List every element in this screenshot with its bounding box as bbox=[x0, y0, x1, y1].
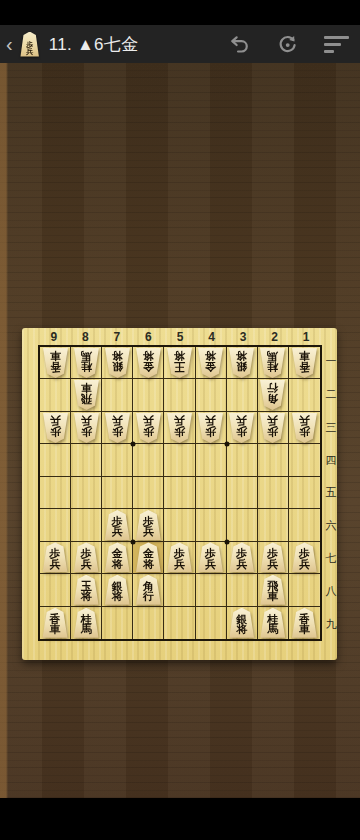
square-3-9[interactable]: 銀将 bbox=[227, 607, 258, 639]
square-9-9[interactable]: 香車 bbox=[40, 607, 71, 639]
gote-piece-王将[interactable]: 王将 bbox=[166, 348, 193, 378]
square-1-5[interactable] bbox=[289, 477, 320, 509]
square-5-8[interactable] bbox=[164, 574, 195, 606]
gote-piece-歩兵[interactable]: 歩兵 bbox=[291, 413, 318, 443]
square-6-9[interactable] bbox=[133, 607, 164, 639]
square-4-7[interactable]: 歩兵 bbox=[196, 542, 227, 574]
gote-piece-歩兵[interactable]: 歩兵 bbox=[228, 413, 255, 443]
rank-labels: 一二三四五六七八九 bbox=[325, 345, 337, 641]
square-6-3[interactable]: 歩兵 bbox=[133, 412, 164, 444]
square-7-1[interactable]: 銀将 bbox=[102, 347, 133, 379]
hoshi-dot bbox=[130, 540, 135, 545]
phone-screen: ‹ 歩 兵 11. ▲6七金 987654321 一 bbox=[0, 0, 360, 840]
sente-piece-飛車[interactable]: 飛車 bbox=[259, 575, 286, 605]
square-3-6[interactable] bbox=[227, 509, 258, 541]
gote-piece-銀将[interactable]: 銀将 bbox=[104, 348, 131, 378]
file-label-8: 8 bbox=[70, 328, 102, 346]
gote-piece-桂馬[interactable]: 桂馬 bbox=[73, 348, 100, 378]
square-8-6[interactable] bbox=[71, 509, 102, 541]
gote-piece-歩兵[interactable]: 歩兵 bbox=[166, 413, 193, 443]
file-labels: 987654321 bbox=[38, 328, 322, 345]
sente-piece-歩兵[interactable]: 歩兵 bbox=[197, 542, 224, 572]
square-7-9[interactable] bbox=[102, 607, 133, 639]
square-1-7[interactable]: 歩兵 bbox=[289, 542, 320, 574]
sente-piece-歩兵[interactable]: 歩兵 bbox=[291, 542, 318, 572]
square-9-7[interactable]: 歩兵 bbox=[40, 542, 71, 574]
square-8-5[interactable] bbox=[71, 477, 102, 509]
file-label-1: 1 bbox=[290, 328, 322, 346]
square-8-7[interactable]: 歩兵 bbox=[71, 542, 102, 574]
square-4-5[interactable] bbox=[196, 477, 227, 509]
gote-piece-歩兵[interactable]: 歩兵 bbox=[259, 413, 286, 443]
hoshi-dot bbox=[225, 441, 230, 446]
square-3-4[interactable] bbox=[227, 444, 258, 476]
square-9-4[interactable] bbox=[40, 444, 71, 476]
file-label-6: 6 bbox=[133, 328, 165, 346]
gote-piece-香車[interactable]: 香車 bbox=[291, 348, 318, 378]
square-8-3[interactable]: 歩兵 bbox=[71, 412, 102, 444]
square-8-8[interactable]: 玉将 bbox=[71, 574, 102, 606]
square-1-6[interactable] bbox=[289, 509, 320, 541]
shogi-board: 987654321 一二三四五六七八九 香車桂馬銀将金将王将金将銀将桂馬香車飛車… bbox=[22, 328, 337, 660]
square-7-2[interactable] bbox=[102, 379, 133, 411]
square-5-2[interactable] bbox=[164, 379, 195, 411]
square-7-4[interactable] bbox=[102, 444, 133, 476]
square-6-1[interactable]: 金将 bbox=[133, 347, 164, 379]
square-4-8[interactable] bbox=[196, 574, 227, 606]
gote-piece-歩兵[interactable]: 歩兵 bbox=[42, 413, 69, 443]
square-6-8[interactable]: 角行 bbox=[133, 574, 164, 606]
gote-piece-桂馬[interactable]: 桂馬 bbox=[259, 348, 286, 378]
board-grid: 香車桂馬銀将金将王将金将銀将桂馬香車飛車角行歩兵歩兵歩兵歩兵歩兵歩兵歩兵歩兵歩兵… bbox=[38, 345, 322, 641]
rank-label-5: 五 bbox=[325, 477, 337, 510]
square-5-5[interactable] bbox=[164, 477, 195, 509]
square-2-9[interactable]: 桂馬 bbox=[258, 607, 289, 639]
square-5-1[interactable]: 王将 bbox=[164, 347, 195, 379]
square-3-2[interactable] bbox=[227, 379, 258, 411]
square-6-6[interactable]: 歩兵 bbox=[133, 509, 164, 541]
file-label-9: 9 bbox=[38, 328, 70, 346]
menu-icon[interactable] bbox=[324, 33, 350, 56]
sente-piece-歩兵[interactable]: 歩兵 bbox=[259, 542, 286, 572]
square-2-8[interactable]: 飛車 bbox=[258, 574, 289, 606]
file-label-7: 7 bbox=[101, 328, 133, 346]
rank-label-2: 二 bbox=[325, 378, 337, 411]
gote-piece-歩兵[interactable]: 歩兵 bbox=[197, 413, 224, 443]
square-5-4[interactable] bbox=[164, 444, 195, 476]
hoshi-dot bbox=[130, 441, 135, 446]
square-1-9[interactable]: 香車 bbox=[289, 607, 320, 639]
sente-piece-歩兵[interactable]: 歩兵 bbox=[104, 510, 131, 540]
square-6-4[interactable] bbox=[133, 444, 164, 476]
square-1-4[interactable] bbox=[289, 444, 320, 476]
square-4-1[interactable]: 金将 bbox=[196, 347, 227, 379]
sente-piece-銀将[interactable]: 銀将 bbox=[104, 575, 131, 605]
undo-icon[interactable] bbox=[228, 33, 251, 56]
square-7-7[interactable]: 金将 bbox=[102, 542, 133, 574]
file-label-4: 4 bbox=[196, 328, 228, 346]
square-9-2[interactable] bbox=[40, 379, 71, 411]
square-7-8[interactable]: 銀将 bbox=[102, 574, 133, 606]
square-8-4[interactable] bbox=[71, 444, 102, 476]
sente-piece-玉将[interactable]: 玉将 bbox=[73, 575, 100, 605]
square-2-6[interactable] bbox=[258, 509, 289, 541]
sente-piece-歩兵[interactable]: 歩兵 bbox=[42, 542, 69, 572]
square-2-7[interactable]: 歩兵 bbox=[258, 542, 289, 574]
square-2-3[interactable]: 歩兵 bbox=[258, 412, 289, 444]
square-5-9[interactable] bbox=[164, 607, 195, 639]
square-2-2[interactable]: 角行 bbox=[258, 379, 289, 411]
square-8-9[interactable]: 桂馬 bbox=[71, 607, 102, 639]
gote-piece-角行[interactable]: 角行 bbox=[259, 380, 286, 410]
app-bar: ‹ 歩 兵 11. ▲6七金 bbox=[0, 25, 360, 63]
square-9-1[interactable]: 香車 bbox=[40, 347, 71, 379]
sente-piece-銀将[interactable]: 銀将 bbox=[228, 608, 255, 638]
sente-piece-歩兵[interactable]: 歩兵 bbox=[135, 510, 162, 540]
square-9-8[interactable] bbox=[40, 574, 71, 606]
sente-piece-金将[interactable]: 金将 bbox=[135, 542, 162, 572]
square-9-5[interactable] bbox=[40, 477, 71, 509]
square-7-6[interactable]: 歩兵 bbox=[102, 509, 133, 541]
sente-piece-角行[interactable]: 角行 bbox=[135, 575, 162, 605]
gote-piece-飛車[interactable]: 飛車 bbox=[73, 380, 100, 410]
rotate-icon[interactable] bbox=[276, 33, 299, 56]
rank-label-6: 六 bbox=[325, 509, 337, 542]
rank-label-9: 九 bbox=[325, 608, 337, 641]
square-4-9[interactable] bbox=[196, 607, 227, 639]
sente-piece-桂馬[interactable]: 桂馬 bbox=[73, 608, 100, 638]
gote-piece-歩兵[interactable]: 歩兵 bbox=[135, 413, 162, 443]
square-4-3[interactable]: 歩兵 bbox=[196, 412, 227, 444]
file-label-2: 2 bbox=[259, 328, 291, 346]
sente-piece-歩兵[interactable]: 歩兵 bbox=[166, 542, 193, 572]
rank-label-7: 七 bbox=[325, 542, 337, 575]
gote-piece-歩兵[interactable]: 歩兵 bbox=[104, 413, 131, 443]
file-label-5: 5 bbox=[164, 328, 196, 346]
gote-piece-銀将[interactable]: 銀将 bbox=[228, 348, 255, 378]
square-1-8[interactable] bbox=[289, 574, 320, 606]
back-icon[interactable]: ‹ bbox=[4, 25, 15, 63]
square-8-1[interactable]: 桂馬 bbox=[71, 347, 102, 379]
square-4-2[interactable] bbox=[196, 379, 227, 411]
gesture-bar bbox=[0, 798, 360, 840]
square-5-3[interactable]: 歩兵 bbox=[164, 412, 195, 444]
square-6-2[interactable] bbox=[133, 379, 164, 411]
status-bar bbox=[0, 0, 360, 25]
rank-label-1: 一 bbox=[325, 345, 337, 378]
square-3-1[interactable]: 銀将 bbox=[227, 347, 258, 379]
rank-label-4: 四 bbox=[325, 444, 337, 477]
square-2-4[interactable] bbox=[258, 444, 289, 476]
sente-piece-香車[interactable]: 香車 bbox=[42, 608, 69, 638]
gote-piece-金将[interactable]: 金将 bbox=[197, 348, 224, 378]
square-6-7[interactable]: 金将 bbox=[133, 542, 164, 574]
square-3-8[interactable] bbox=[227, 574, 258, 606]
sente-piece-香車[interactable]: 香車 bbox=[291, 608, 318, 638]
square-7-5[interactable] bbox=[102, 477, 133, 509]
rank-label-3: 三 bbox=[325, 411, 337, 444]
table-background: 987654321 一二三四五六七八九 香車桂馬銀将金将王将金将銀将桂馬香車飛車… bbox=[0, 63, 360, 798]
square-1-3[interactable]: 歩兵 bbox=[289, 412, 320, 444]
app-logo-piece-icon: 歩 兵 bbox=[20, 32, 40, 57]
square-2-5[interactable] bbox=[258, 477, 289, 509]
sente-piece-歩兵[interactable]: 歩兵 bbox=[73, 542, 100, 572]
square-3-5[interactable] bbox=[227, 477, 258, 509]
square-1-2[interactable] bbox=[289, 379, 320, 411]
square-1-1[interactable]: 香車 bbox=[289, 347, 320, 379]
square-7-3[interactable]: 歩兵 bbox=[102, 412, 133, 444]
gote-piece-金将[interactable]: 金将 bbox=[135, 348, 162, 378]
square-9-6[interactable] bbox=[40, 509, 71, 541]
square-4-4[interactable] bbox=[196, 444, 227, 476]
square-5-7[interactable]: 歩兵 bbox=[164, 542, 195, 574]
square-6-5[interactable] bbox=[133, 477, 164, 509]
square-9-3[interactable]: 歩兵 bbox=[40, 412, 71, 444]
square-3-3[interactable]: 歩兵 bbox=[227, 412, 258, 444]
square-3-7[interactable]: 歩兵 bbox=[227, 542, 258, 574]
rank-label-8: 八 bbox=[325, 575, 337, 608]
square-4-6[interactable] bbox=[196, 509, 227, 541]
hoshi-dot bbox=[225, 540, 230, 545]
sente-piece-桂馬[interactable]: 桂馬 bbox=[259, 608, 286, 638]
square-2-1[interactable]: 桂馬 bbox=[258, 347, 289, 379]
gote-piece-香車[interactable]: 香車 bbox=[42, 348, 69, 378]
file-label-3: 3 bbox=[227, 328, 259, 346]
sente-piece-歩兵[interactable]: 歩兵 bbox=[228, 542, 255, 572]
move-title: 11. ▲6七金 bbox=[49, 33, 139, 56]
sente-piece-金将[interactable]: 金将 bbox=[104, 542, 131, 572]
gote-piece-歩兵[interactable]: 歩兵 bbox=[73, 413, 100, 443]
square-5-6[interactable] bbox=[164, 509, 195, 541]
square-8-2[interactable]: 飛車 bbox=[71, 379, 102, 411]
